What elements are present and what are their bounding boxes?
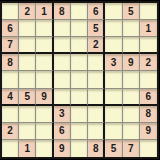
cell-r1c7[interactable]: [105, 3, 122, 20]
cell-r9c4[interactable]: 9: [54, 140, 71, 157]
cell-r8c6[interactable]: [88, 123, 105, 140]
cell-r4c4[interactable]: [54, 54, 71, 71]
cell-r1c5[interactable]: [71, 3, 88, 20]
cell-r2c8[interactable]: [123, 20, 140, 37]
cell-r6c8[interactable]: [123, 89, 140, 106]
cell-r9c9[interactable]: [140, 140, 157, 157]
cell-r7c1[interactable]: [2, 106, 19, 123]
cell-r9c1[interactable]: [2, 140, 19, 157]
cell-r8c2[interactable]: [19, 123, 36, 140]
cell-r8c5[interactable]: [71, 123, 88, 140]
cell-r9c3[interactable]: [36, 140, 53, 157]
cell-r3c3[interactable]: [36, 37, 53, 54]
cell-r1c3[interactable]: 1: [36, 3, 53, 20]
cell-r3c6[interactable]: 2: [88, 37, 105, 54]
cell-r2c4[interactable]: [54, 20, 71, 37]
cell-r5c2[interactable]: [19, 71, 36, 88]
cell-r7c8[interactable]: [123, 106, 140, 123]
cell-r3c9[interactable]: [140, 37, 157, 54]
cell-r3c8[interactable]: [123, 37, 140, 54]
cell-r9c2[interactable]: 1: [19, 140, 36, 157]
cell-r5c5[interactable]: [71, 71, 88, 88]
cell-r4c1[interactable]: 8: [2, 54, 19, 71]
cell-r4c8[interactable]: 9: [123, 54, 140, 71]
cell-r5c8[interactable]: [123, 71, 140, 88]
cell-r8c8[interactable]: [123, 123, 140, 140]
cell-r1c1[interactable]: [2, 3, 19, 20]
cell-r3c7[interactable]: [105, 37, 122, 54]
cell-r6c9[interactable]: 6: [140, 89, 157, 106]
cell-r4c9[interactable]: 2: [140, 54, 157, 71]
cell-r2c5[interactable]: [71, 20, 88, 37]
cell-r9c7[interactable]: 5: [105, 140, 122, 157]
sudoku-board: 2186565172839245963826919857: [0, 1, 159, 159]
cell-r7c9[interactable]: 8: [140, 106, 157, 123]
cell-r5c1[interactable]: [2, 71, 19, 88]
cell-r7c4[interactable]: 3: [54, 106, 71, 123]
cell-r3c2[interactable]: [19, 37, 36, 54]
cell-r7c7[interactable]: [105, 106, 122, 123]
cell-r6c5[interactable]: [71, 89, 88, 106]
cell-r4c3[interactable]: [36, 54, 53, 71]
cell-r8c3[interactable]: [36, 123, 53, 140]
cell-r5c9[interactable]: [140, 71, 157, 88]
cell-r2c3[interactable]: [36, 20, 53, 37]
cell-r4c5[interactable]: [71, 54, 88, 71]
cell-r4c2[interactable]: [19, 54, 36, 71]
cell-r9c6[interactable]: 8: [88, 140, 105, 157]
cell-r6c4[interactable]: [54, 89, 71, 106]
cell-r1c9[interactable]: [140, 3, 157, 20]
cell-r2c2[interactable]: [19, 20, 36, 37]
cell-r1c6[interactable]: 6: [88, 3, 105, 20]
cell-r5c3[interactable]: [36, 71, 53, 88]
cell-r2c9[interactable]: 1: [140, 20, 157, 37]
cell-r6c3[interactable]: 9: [36, 89, 53, 106]
cell-r8c4[interactable]: 6: [54, 123, 71, 140]
cell-r4c7[interactable]: 3: [105, 54, 122, 71]
cell-r7c5[interactable]: [71, 106, 88, 123]
cell-r8c7[interactable]: [105, 123, 122, 140]
cell-r7c3[interactable]: [36, 106, 53, 123]
cell-r6c7[interactable]: [105, 89, 122, 106]
cell-r4c6[interactable]: [88, 54, 105, 71]
cell-r2c7[interactable]: [105, 20, 122, 37]
cell-r7c2[interactable]: [19, 106, 36, 123]
cell-r6c2[interactable]: 5: [19, 89, 36, 106]
cell-r8c1[interactable]: 2: [2, 123, 19, 140]
cell-r2c1[interactable]: 6: [2, 20, 19, 37]
sudoku-screenshot: 2186565172839245963826919857: [0, 0, 160, 160]
cell-r5c4[interactable]: [54, 71, 71, 88]
cell-r3c4[interactable]: [54, 37, 71, 54]
cell-r3c5[interactable]: [71, 37, 88, 54]
cell-r6c6[interactable]: [88, 89, 105, 106]
cell-r7c6[interactable]: [88, 106, 105, 123]
cell-r2c6[interactable]: 5: [88, 20, 105, 37]
cell-r5c6[interactable]: [88, 71, 105, 88]
cell-r3c1[interactable]: 7: [2, 37, 19, 54]
cell-r1c4[interactable]: 8: [54, 3, 71, 20]
cell-r1c2[interactable]: 2: [19, 3, 36, 20]
cell-r5c7[interactable]: [105, 71, 122, 88]
cell-r6c1[interactable]: 4: [2, 89, 19, 106]
cell-r9c5[interactable]: [71, 140, 88, 157]
cell-r9c8[interactable]: 7: [123, 140, 140, 157]
cell-r8c9[interactable]: 9: [140, 123, 157, 140]
cell-r1c8[interactable]: 5: [123, 3, 140, 20]
